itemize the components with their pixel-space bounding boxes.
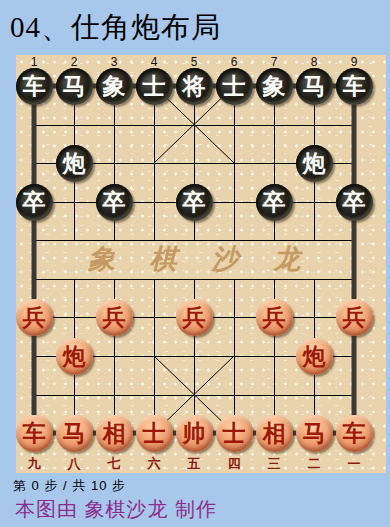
- rank-label: 四: [223, 456, 245, 472]
- rank-label: 五: [183, 456, 205, 472]
- file-label: 9: [344, 55, 364, 69]
- page: 04、仕角炮布局: [0, 0, 390, 527]
- piece-black-r1c4[interactable]: 士: [136, 68, 173, 105]
- file-label: 3: [104, 55, 124, 69]
- file-label: 6: [224, 55, 244, 69]
- piece-red-r10c3[interactable]: 相: [96, 415, 133, 452]
- rank-label: 七: [103, 456, 125, 472]
- rank-label: 一: [343, 456, 365, 472]
- piece-black-r4c9[interactable]: 卒: [336, 184, 373, 221]
- piece-red-r10c6[interactable]: 士: [216, 415, 253, 452]
- file-label: 7: [264, 55, 284, 69]
- rank-label: 九: [23, 456, 45, 472]
- piece-black-r3c8[interactable]: 炮: [296, 145, 333, 182]
- file-label: 5: [184, 55, 204, 69]
- piece-red-r7c9[interactable]: 兵: [336, 299, 373, 336]
- piece-red-r7c1[interactable]: 兵: [16, 299, 53, 336]
- piece-red-r10c7[interactable]: 相: [256, 415, 293, 452]
- piece-black-r1c1[interactable]: 车: [16, 68, 53, 105]
- piece-red-r10c9[interactable]: 车: [336, 415, 373, 452]
- file-label: 8: [304, 55, 324, 69]
- piece-red-r7c5[interactable]: 兵: [176, 299, 213, 336]
- piece-black-r3c2[interactable]: 炮: [56, 145, 93, 182]
- move-counter: 第 0 步 / 共 10 步: [13, 477, 126, 495]
- piece-red-r10c4[interactable]: 士: [136, 415, 173, 452]
- rank-label: 六: [143, 456, 165, 472]
- piece-black-r1c9[interactable]: 车: [336, 68, 373, 105]
- piece-black-r4c1[interactable]: 卒: [16, 184, 53, 221]
- piece-red-r10c8[interactable]: 马: [296, 415, 333, 452]
- piece-red-r7c7[interactable]: 兵: [256, 299, 293, 336]
- river-watermark: 象 棋 沙 龙: [16, 243, 386, 276]
- file-label: 4: [144, 55, 164, 69]
- piece-red-r10c1[interactable]: 车: [16, 415, 53, 452]
- piece-black-r4c5[interactable]: 卒: [176, 184, 213, 221]
- xiangqi-board[interactable]: 象 棋 沙 龙 123456789 九八七六五四三二一 车马象士将士象马车炮炮卒…: [16, 55, 386, 473]
- piece-black-r4c3[interactable]: 卒: [96, 184, 133, 221]
- file-label: 2: [64, 55, 84, 69]
- piece-red-r10c5[interactable]: 帅: [176, 415, 213, 452]
- piece-black-r1c3[interactable]: 象: [96, 68, 133, 105]
- piece-red-r8c2[interactable]: 炮: [56, 338, 93, 375]
- piece-red-r7c3[interactable]: 兵: [96, 299, 133, 336]
- rank-label: 三: [263, 456, 285, 472]
- rank-label: 八: [63, 456, 85, 472]
- piece-black-r1c6[interactable]: 士: [216, 68, 253, 105]
- piece-red-r8c8[interactable]: 炮: [296, 338, 333, 375]
- piece-red-r10c2[interactable]: 马: [56, 415, 93, 452]
- piece-black-r1c7[interactable]: 象: [256, 68, 293, 105]
- piece-black-r1c2[interactable]: 马: [56, 68, 93, 105]
- piece-black-r1c8[interactable]: 马: [296, 68, 333, 105]
- page-title: 04、仕角炮布局: [10, 8, 221, 48]
- rank-label: 二: [303, 456, 325, 472]
- file-label: 1: [24, 55, 44, 69]
- piece-black-r1c5[interactable]: 将: [176, 68, 213, 105]
- credit-text: 本图由 象棋沙龙 制作: [15, 496, 217, 523]
- piece-black-r4c7[interactable]: 卒: [256, 184, 293, 221]
